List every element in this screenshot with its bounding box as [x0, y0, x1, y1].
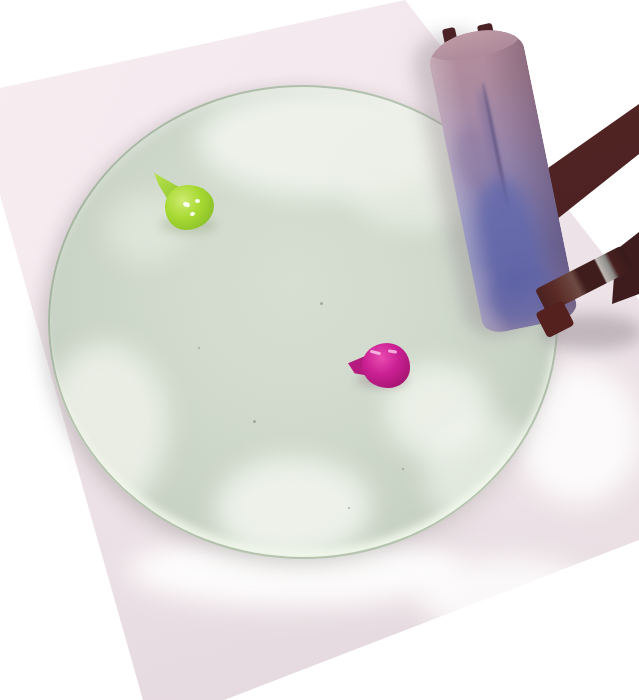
speck: [198, 347, 200, 349]
roller-end-cap: [425, 22, 524, 67]
ink-highlight: [195, 199, 200, 203]
speck: [348, 507, 350, 509]
ink-body: [362, 343, 410, 388]
paper-highlight: [418, 556, 598, 636]
speck: [402, 468, 404, 470]
green-ink-dollop: [150, 172, 222, 234]
speck: [253, 420, 256, 423]
magenta-ink-dollop: [348, 336, 416, 394]
photo-canvas: [0, 0, 639, 700]
speck: [320, 302, 323, 305]
ink-body: [165, 185, 214, 230]
